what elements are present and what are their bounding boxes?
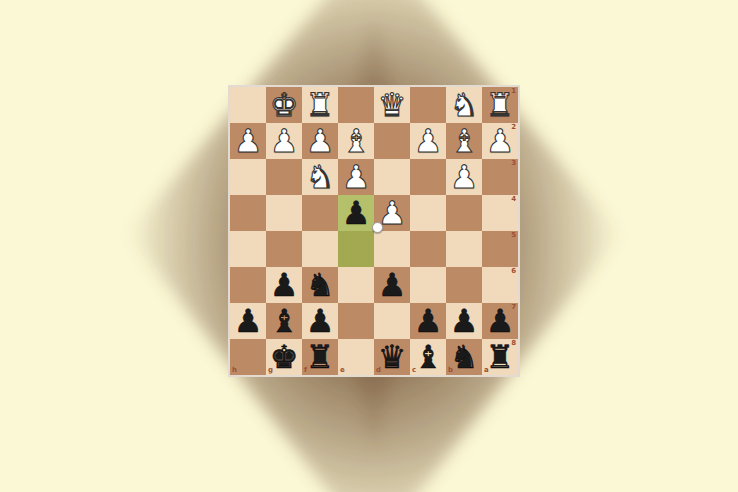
square-c6[interactable] bbox=[410, 267, 446, 303]
piece-black-rook-a8[interactable]: ♜ bbox=[482, 339, 518, 375]
square-b5[interactable] bbox=[446, 231, 482, 267]
piece-black-pawn-f7[interactable]: ♟ bbox=[302, 303, 338, 339]
square-a6[interactable]: 6 bbox=[482, 267, 518, 303]
square-e6[interactable] bbox=[338, 267, 374, 303]
coord-rank-6: 6 bbox=[511, 268, 516, 275]
square-b7[interactable]: ♟ bbox=[446, 303, 482, 339]
piece-black-bishop-g7[interactable]: ♝ bbox=[266, 303, 302, 339]
square-h3[interactable] bbox=[230, 159, 266, 195]
square-b1[interactable]: ♞ bbox=[446, 87, 482, 123]
square-g4[interactable] bbox=[266, 195, 302, 231]
square-g8[interactable]: ♚g bbox=[266, 339, 302, 375]
square-h5[interactable] bbox=[230, 231, 266, 267]
square-h6[interactable] bbox=[230, 267, 266, 303]
page-background: { "game": "chess", "view": { "orientatio… bbox=[0, 0, 738, 492]
square-h2[interactable]: ♟ bbox=[230, 123, 266, 159]
square-h1[interactable] bbox=[230, 87, 266, 123]
square-b6[interactable] bbox=[446, 267, 482, 303]
piece-black-bishop-c8[interactable]: ♝ bbox=[410, 339, 446, 375]
square-f5[interactable] bbox=[302, 231, 338, 267]
piece-black-pawn-d6[interactable]: ♟ bbox=[374, 267, 410, 303]
piece-black-king-g8[interactable]: ♚ bbox=[266, 339, 302, 375]
square-c1[interactable] bbox=[410, 87, 446, 123]
square-g3[interactable] bbox=[266, 159, 302, 195]
piece-white-rook-a1[interactable]: ♜ bbox=[482, 87, 518, 123]
piece-black-knight-b8[interactable]: ♞ bbox=[446, 339, 482, 375]
square-g2[interactable]: ♟ bbox=[266, 123, 302, 159]
square-f3[interactable]: ♞ bbox=[302, 159, 338, 195]
square-e2[interactable]: ♝ bbox=[338, 123, 374, 159]
piece-white-pawn-g2[interactable]: ♟ bbox=[266, 123, 302, 159]
square-g6[interactable]: ♟ bbox=[266, 267, 302, 303]
square-b4[interactable] bbox=[446, 195, 482, 231]
square-a5[interactable]: 5 bbox=[482, 231, 518, 267]
square-c3[interactable] bbox=[410, 159, 446, 195]
coord-file-h: h bbox=[232, 367, 237, 374]
square-g5[interactable] bbox=[266, 231, 302, 267]
piece-white-pawn-h2[interactable]: ♟ bbox=[230, 123, 266, 159]
piece-black-pawn-b7[interactable]: ♟ bbox=[446, 303, 482, 339]
piece-white-bishop-e2[interactable]: ♝ bbox=[338, 123, 374, 159]
piece-white-pawn-f2[interactable]: ♟ bbox=[302, 123, 338, 159]
coord-rank-5: 5 bbox=[511, 232, 516, 239]
piece-white-pawn-c2[interactable]: ♟ bbox=[410, 123, 446, 159]
square-c7[interactable]: ♟ bbox=[410, 303, 446, 339]
move-indicator-dot bbox=[372, 222, 383, 233]
square-b2[interactable]: ♝ bbox=[446, 123, 482, 159]
square-e5[interactable] bbox=[338, 231, 374, 267]
square-e8[interactable]: e bbox=[338, 339, 374, 375]
square-f4[interactable] bbox=[302, 195, 338, 231]
square-f2[interactable]: ♟ bbox=[302, 123, 338, 159]
square-a3[interactable]: 3 bbox=[482, 159, 518, 195]
coord-rank-3: 3 bbox=[511, 160, 516, 167]
piece-black-knight-f6[interactable]: ♞ bbox=[302, 267, 338, 303]
square-g1[interactable]: ♚ bbox=[266, 87, 302, 123]
square-h7[interactable]: ♟ bbox=[230, 303, 266, 339]
square-b8[interactable]: ♞b bbox=[446, 339, 482, 375]
square-h4[interactable] bbox=[230, 195, 266, 231]
piece-white-pawn-a2[interactable]: ♟ bbox=[482, 123, 518, 159]
piece-white-pawn-e3[interactable]: ♟ bbox=[338, 159, 374, 195]
square-c5[interactable] bbox=[410, 231, 446, 267]
square-e7[interactable] bbox=[338, 303, 374, 339]
piece-white-bishop-b2[interactable]: ♝ bbox=[446, 123, 482, 159]
square-d8[interactable]: ♛d bbox=[374, 339, 410, 375]
square-d1[interactable]: ♛ bbox=[374, 87, 410, 123]
square-g7[interactable]: ♝ bbox=[266, 303, 302, 339]
piece-black-queen-d8[interactable]: ♛ bbox=[374, 339, 410, 375]
piece-white-knight-f3[interactable]: ♞ bbox=[302, 159, 338, 195]
square-d6[interactable]: ♟ bbox=[374, 267, 410, 303]
chess-board-frame: ♚♜♛♞♜1♟♟♟♝♟♝♟2♞♟♟3♟♟45♟♞♟6♟♝♟♟♟♟7h♚g♜fe♛… bbox=[228, 85, 520, 377]
coord-rank-4: 4 bbox=[511, 196, 516, 203]
square-a1[interactable]: ♜1 bbox=[482, 87, 518, 123]
square-d3[interactable] bbox=[374, 159, 410, 195]
square-c2[interactable]: ♟ bbox=[410, 123, 446, 159]
piece-white-queen-d1[interactable]: ♛ bbox=[374, 87, 410, 123]
square-h8[interactable]: h bbox=[230, 339, 266, 375]
square-c4[interactable] bbox=[410, 195, 446, 231]
piece-black-pawn-h7[interactable]: ♟ bbox=[230, 303, 266, 339]
piece-black-rook-f8[interactable]: ♜ bbox=[302, 339, 338, 375]
square-a8[interactable]: ♜8a bbox=[482, 339, 518, 375]
square-d7[interactable] bbox=[374, 303, 410, 339]
coord-file-e: e bbox=[340, 367, 345, 374]
piece-white-king-g1[interactable]: ♚ bbox=[266, 87, 302, 123]
square-e4[interactable]: ♟ bbox=[338, 195, 374, 231]
square-f1[interactable]: ♜ bbox=[302, 87, 338, 123]
square-f6[interactable]: ♞ bbox=[302, 267, 338, 303]
square-e1[interactable] bbox=[338, 87, 374, 123]
piece-black-pawn-g6[interactable]: ♟ bbox=[266, 267, 302, 303]
piece-white-knight-b1[interactable]: ♞ bbox=[446, 87, 482, 123]
piece-white-pawn-b3[interactable]: ♟ bbox=[446, 159, 482, 195]
square-e3[interactable]: ♟ bbox=[338, 159, 374, 195]
square-a2[interactable]: ♟2 bbox=[482, 123, 518, 159]
square-a7[interactable]: ♟7 bbox=[482, 303, 518, 339]
square-f8[interactable]: ♜f bbox=[302, 339, 338, 375]
piece-black-pawn-c7[interactable]: ♟ bbox=[410, 303, 446, 339]
piece-white-rook-f1[interactable]: ♜ bbox=[302, 87, 338, 123]
square-a4[interactable]: 4 bbox=[482, 195, 518, 231]
square-c8[interactable]: ♝c bbox=[410, 339, 446, 375]
square-d2[interactable] bbox=[374, 123, 410, 159]
square-b3[interactable]: ♟ bbox=[446, 159, 482, 195]
square-d5[interactable] bbox=[374, 231, 410, 267]
piece-black-pawn-a7[interactable]: ♟ bbox=[482, 303, 518, 339]
square-f7[interactable]: ♟ bbox=[302, 303, 338, 339]
piece-black-pawn-e4[interactable]: ♟ bbox=[338, 195, 374, 231]
